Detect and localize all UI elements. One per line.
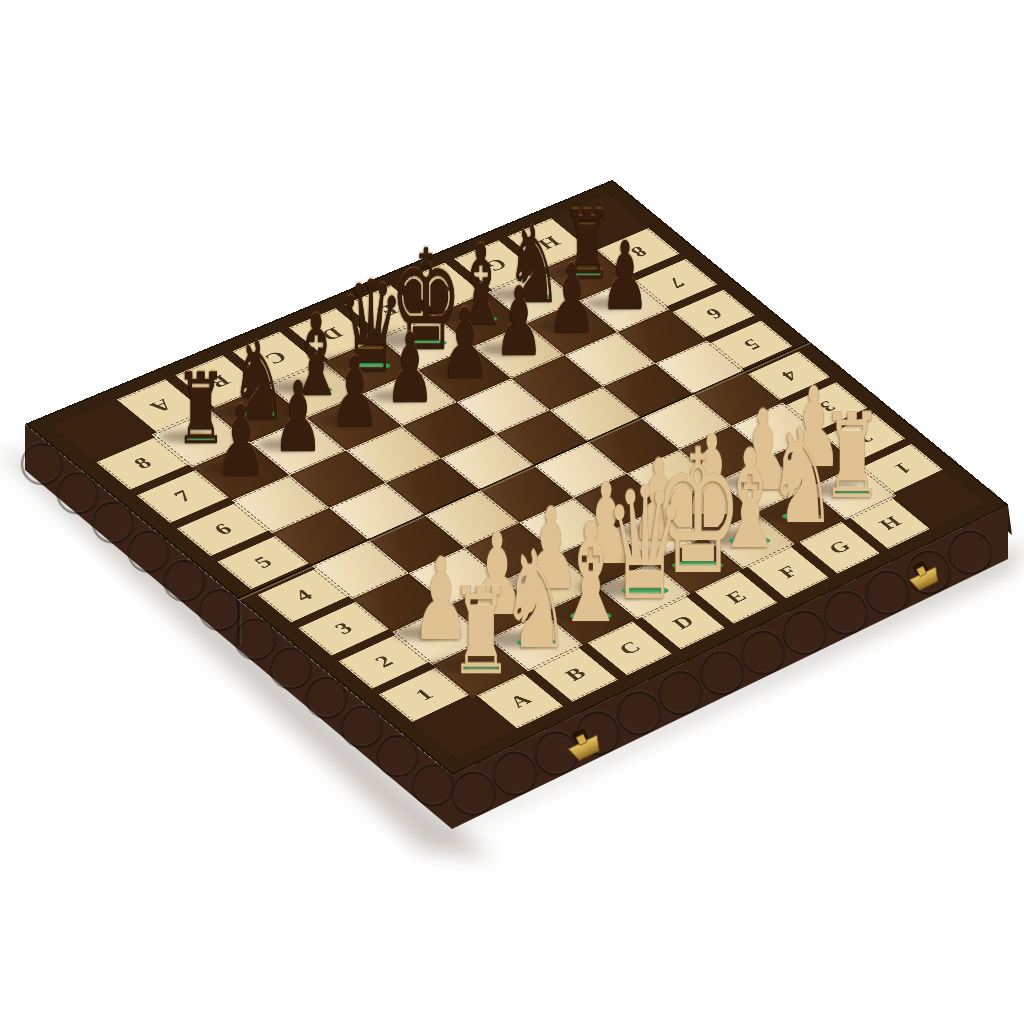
piece-black-pawn-a7[interactable]: ♟ <box>198 393 286 491</box>
chess-set-photo: ABCDEFGH8877665544332211ABCDEFGH ♜♞♟♝♟♚♟… <box>0 0 1024 1024</box>
piece-white-rook-a1[interactable]: ♜ <box>427 572 535 693</box>
pieces-layer: ♜♞♟♝♟♚♟♛♟♝♟♞♟♜♟♟♟♟♜♟♞♟♝♟♚♟♛♟♝♟♞♜ <box>0 0 1024 1024</box>
rook-glyph: ♜ <box>449 572 512 693</box>
pawn-glyph: ♟ <box>216 393 267 491</box>
